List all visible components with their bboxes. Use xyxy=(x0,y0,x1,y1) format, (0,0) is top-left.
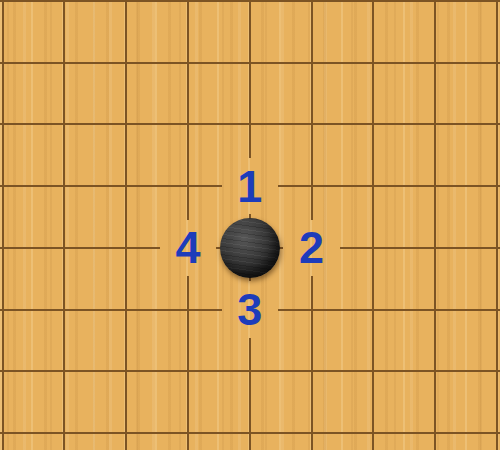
grid-line-vertical xyxy=(63,0,65,450)
grid-line-vertical xyxy=(187,0,189,220)
grid-line-vertical xyxy=(249,338,251,450)
liberty-label-3: 3 xyxy=(222,282,278,338)
grid-line-vertical xyxy=(496,0,498,450)
grid-line-vertical xyxy=(249,0,251,158)
grid-line-vertical xyxy=(434,0,436,450)
liberty-label-4: 4 xyxy=(160,220,216,276)
grid-line-vertical xyxy=(372,0,374,450)
grid-line-vertical xyxy=(311,0,313,220)
grid-line-vertical xyxy=(2,0,4,450)
liberty-label-2: 2 xyxy=(284,220,340,276)
grid-line-vertical xyxy=(311,276,313,450)
grid-line-horizontal xyxy=(0,247,160,249)
grid-line-horizontal xyxy=(340,247,500,249)
liberty-label-1: 1 xyxy=(222,158,278,214)
grid-line-vertical xyxy=(125,0,127,450)
go-board[interactable]: 1234 xyxy=(0,0,500,450)
grid-line-vertical xyxy=(187,276,189,450)
black-stone xyxy=(220,218,280,278)
